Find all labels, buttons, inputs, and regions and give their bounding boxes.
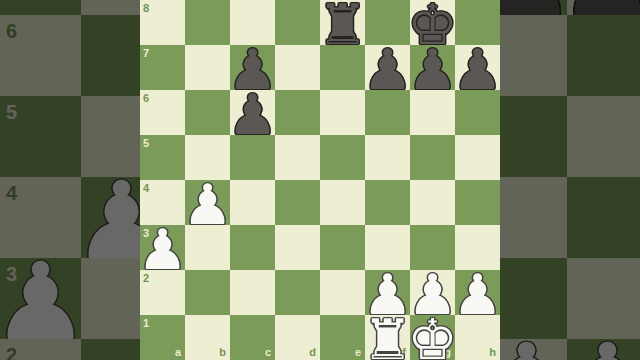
square-b1[interactable]: b (185, 315, 230, 360)
square-a2[interactable]: 2 (140, 270, 185, 315)
white-king-g1[interactable]: ♚ (407, 312, 457, 360)
rank-label-5: 5 (143, 138, 149, 149)
square-c4[interactable] (230, 180, 275, 225)
square-f7[interactable]: ♟ (365, 45, 410, 90)
square-a8[interactable]: 8 (140, 0, 185, 45)
square-c1[interactable]: c (230, 315, 275, 360)
square-e3[interactable] (320, 225, 365, 270)
square-d7[interactable] (275, 45, 320, 90)
square-a1[interactable]: 1a (140, 315, 185, 360)
file-label-d: d (309, 347, 316, 358)
square-d5[interactable] (275, 135, 320, 180)
square-a7[interactable]: 7 (140, 45, 185, 90)
square-h5[interactable] (455, 135, 500, 180)
square-f5[interactable] (365, 135, 410, 180)
rank-label-6: 6 (143, 93, 149, 104)
square-a5[interactable]: 5 (140, 135, 185, 180)
white-rook-f1[interactable]: ♜ (362, 312, 412, 360)
square-h1[interactable]: h (455, 315, 500, 360)
square-d2[interactable] (275, 270, 320, 315)
file-label-e: e (355, 347, 361, 358)
square-h2[interactable]: ♟ (455, 270, 500, 315)
square-a3[interactable]: 3♟ (140, 225, 185, 270)
square-d1[interactable]: d (275, 315, 320, 360)
file-label-c: c (265, 347, 271, 358)
square-h7[interactable]: ♟ (455, 45, 500, 90)
square-d3[interactable] (275, 225, 320, 270)
rank-label-2: 2 (143, 273, 149, 284)
square-c3[interactable] (230, 225, 275, 270)
square-b3[interactable] (185, 225, 230, 270)
square-g5[interactable] (410, 135, 455, 180)
square-e6[interactable] (320, 90, 365, 135)
square-b2[interactable] (185, 270, 230, 315)
square-b7[interactable] (185, 45, 230, 90)
rank-label-4: 4 (143, 183, 149, 194)
square-e2[interactable] (320, 270, 365, 315)
main-chess-board: 8♜♚7♟♟♟♟6♟54♟3♟2♟♟♟1abcdef♜g♚h (140, 0, 500, 360)
square-g7[interactable]: ♟ (410, 45, 455, 90)
square-f1[interactable]: f♜ (365, 315, 410, 360)
square-e5[interactable] (320, 135, 365, 180)
file-label-b: b (219, 347, 226, 358)
square-c6[interactable]: ♟ (230, 90, 275, 135)
square-e8[interactable]: ♜ (320, 0, 365, 45)
square-c2[interactable] (230, 270, 275, 315)
square-h4[interactable] (455, 180, 500, 225)
square-b8[interactable] (185, 0, 230, 45)
rank-label-8: 8 (143, 3, 149, 14)
file-label-a: a (175, 347, 181, 358)
file-label-h: h (489, 347, 496, 358)
square-b4[interactable]: ♟ (185, 180, 230, 225)
square-d8[interactable] (275, 0, 320, 45)
square-c5[interactable] (230, 135, 275, 180)
square-e1[interactable]: e (320, 315, 365, 360)
square-d6[interactable] (275, 90, 320, 135)
rank-label-1: 1 (143, 318, 149, 329)
rank-label-7: 7 (143, 48, 149, 59)
square-a6[interactable]: 6 (140, 90, 185, 135)
square-e7[interactable] (320, 45, 365, 90)
video-frame: 8♜♚7♟♟♟♟6♟54♟3♟2♟♟♟1abcdef♜g♚h 8♜♚7♟♟♟♟6… (0, 0, 640, 360)
square-g4[interactable] (410, 180, 455, 225)
square-h6[interactable] (455, 90, 500, 135)
square-g1[interactable]: g♚ (410, 315, 455, 360)
square-e4[interactable] (320, 180, 365, 225)
square-f4[interactable] (365, 180, 410, 225)
square-g6[interactable] (410, 90, 455, 135)
square-b6[interactable] (185, 90, 230, 135)
square-f6[interactable] (365, 90, 410, 135)
square-d4[interactable] (275, 180, 320, 225)
